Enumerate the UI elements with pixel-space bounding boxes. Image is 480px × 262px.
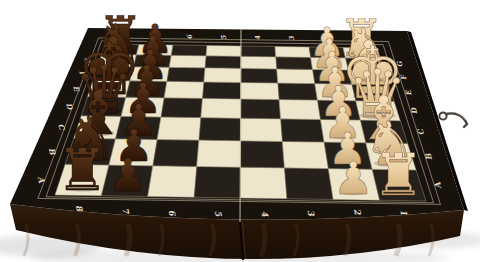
square-a4[interactable] (241, 167, 287, 199)
square-f3[interactable] (277, 69, 315, 84)
square-b5[interactable] (197, 140, 241, 167)
square-b6[interactable] (153, 139, 199, 166)
square-f6[interactable] (167, 67, 205, 82)
square-b3[interactable] (282, 141, 328, 168)
square-c6[interactable] (157, 117, 201, 140)
square-d4[interactable] (241, 99, 281, 119)
square-h6[interactable] (171, 45, 207, 56)
square-h4[interactable] (241, 46, 276, 57)
square-a6[interactable] (148, 166, 197, 197)
square-g4[interactable] (241, 56, 277, 69)
square-c4[interactable] (241, 118, 283, 141)
square-d5[interactable] (201, 98, 241, 118)
square-g6[interactable] (169, 55, 206, 68)
piece-black-pawn-a7[interactable]: ♟ (107, 149, 148, 202)
square-f5[interactable] (204, 68, 241, 83)
clasp-hook (439, 112, 467, 127)
square-e5[interactable] (203, 82, 241, 99)
piece-white-rook-a1[interactable]: ♜ (372, 141, 424, 209)
board-scene: 876543216543ABCDEFGABCDEFG♜♟♟♜♞♟♟♞♝♟♟♝♚♟… (0, 0, 480, 262)
square-a3[interactable] (284, 168, 333, 200)
square-d3[interactable] (279, 100, 320, 120)
square-h3[interactable] (275, 47, 311, 58)
piece-black-rook-a8[interactable]: ♜ (57, 136, 109, 204)
square-c3[interactable] (281, 119, 324, 142)
square-g5[interactable] (205, 56, 241, 69)
square-d6[interactable] (161, 98, 203, 118)
square-b4[interactable] (241, 141, 285, 168)
square-e4[interactable] (241, 82, 279, 99)
square-c5[interactable] (199, 118, 241, 141)
square-a5[interactable] (194, 166, 240, 198)
square-g3[interactable] (276, 57, 313, 70)
square-e6[interactable] (164, 81, 204, 98)
chess-set-photo: 876543216543ABCDEFGABCDEFG♜♟♟♜♞♟♟♞♝♟♟♝♚♟… (0, 0, 480, 262)
piece-white-pawn-a2[interactable]: ♟ (333, 152, 374, 205)
square-e3[interactable] (278, 83, 318, 100)
square-f4[interactable] (241, 68, 278, 83)
square-h5[interactable] (206, 46, 241, 57)
